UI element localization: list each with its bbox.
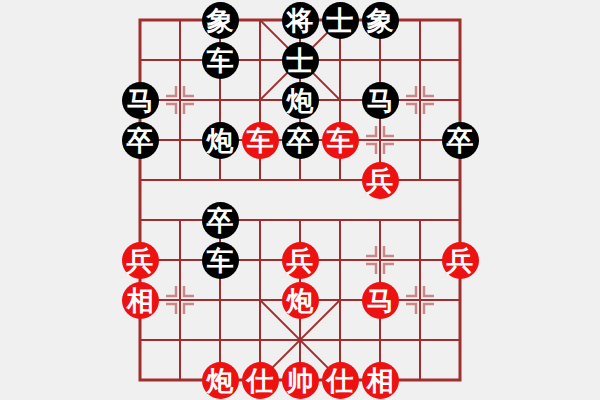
red-general[interactable]: 帅 <box>280 360 320 400</box>
red-soldier-glyph: 兵 <box>442 242 479 279</box>
red-soldier[interactable]: 兵 <box>360 160 400 200</box>
red-elephant[interactable]: 相 <box>120 280 160 320</box>
black-advisor[interactable]: 士 <box>320 0 360 40</box>
black-advisor-glyph: 士 <box>322 2 359 39</box>
black-soldier-glyph: 卒 <box>442 122 479 159</box>
red-soldier-glyph: 兵 <box>362 162 399 199</box>
black-soldier[interactable]: 卒 <box>440 120 480 160</box>
black-soldier-glyph: 卒 <box>202 202 239 239</box>
red-elephant-glyph: 相 <box>362 362 399 399</box>
red-chariot-glyph: 车 <box>242 122 279 159</box>
black-horse[interactable]: 马 <box>120 80 160 120</box>
red-advisor[interactable]: 仕 <box>320 360 360 400</box>
red-horse[interactable]: 马 <box>360 280 400 320</box>
red-cannon[interactable]: 炮 <box>280 280 320 320</box>
black-cannon[interactable]: 炮 <box>280 80 320 120</box>
black-elephant[interactable]: 象 <box>360 0 400 40</box>
black-soldier[interactable]: 卒 <box>200 200 240 240</box>
red-elephant-glyph: 相 <box>122 282 159 319</box>
red-advisor-glyph: 仕 <box>322 362 359 399</box>
red-cannon-glyph: 炮 <box>282 282 319 319</box>
black-advisor-glyph: 士 <box>282 42 319 79</box>
black-soldier[interactable]: 卒 <box>280 120 320 160</box>
black-horse[interactable]: 马 <box>360 80 400 120</box>
red-soldier-glyph: 兵 <box>282 242 319 279</box>
black-general-glyph: 将 <box>282 2 319 39</box>
red-chariot-glyph: 车 <box>322 122 359 159</box>
page-background: { "game": "xiangqi", "position": { "fen"… <box>0 0 600 400</box>
red-advisor[interactable]: 仕 <box>240 360 280 400</box>
black-elephant[interactable]: 象 <box>200 0 240 40</box>
black-soldier-glyph: 卒 <box>122 122 159 159</box>
red-soldier[interactable]: 兵 <box>440 240 480 280</box>
black-elephant-glyph: 象 <box>202 2 239 39</box>
red-chariot[interactable]: 车 <box>240 120 280 160</box>
xiangqi-board-area: 象将士象车士马炮马卒炮车卒车卒兵卒兵车兵兵相炮马炮仕帅仕相 <box>0 0 600 400</box>
red-general-glyph: 帅 <box>282 362 319 399</box>
black-cannon-glyph: 炮 <box>202 122 239 159</box>
red-chariot[interactable]: 车 <box>320 120 360 160</box>
red-horse-glyph: 马 <box>362 282 399 319</box>
board-grid: 象将士象车士马炮马卒炮车卒车卒兵卒兵车兵兵相炮马炮仕帅仕相 <box>120 0 480 400</box>
black-chariot-glyph: 车 <box>202 242 239 279</box>
black-horse-glyph: 马 <box>122 82 159 119</box>
black-cannon[interactable]: 炮 <box>200 120 240 160</box>
black-general[interactable]: 将 <box>280 0 320 40</box>
black-elephant-glyph: 象 <box>362 2 399 39</box>
black-advisor[interactable]: 士 <box>280 40 320 80</box>
black-soldier[interactable]: 卒 <box>120 120 160 160</box>
red-soldier-glyph: 兵 <box>122 242 159 279</box>
black-horse-glyph: 马 <box>362 82 399 119</box>
red-elephant[interactable]: 相 <box>360 360 400 400</box>
red-soldier[interactable]: 兵 <box>280 240 320 280</box>
red-cannon[interactable]: 炮 <box>200 360 240 400</box>
black-chariot[interactable]: 车 <box>200 240 240 280</box>
black-chariot-glyph: 车 <box>202 42 239 79</box>
red-advisor-glyph: 仕 <box>242 362 279 399</box>
black-cannon-glyph: 炮 <box>282 82 319 119</box>
black-chariot[interactable]: 车 <box>200 40 240 80</box>
red-cannon-glyph: 炮 <box>202 362 239 399</box>
red-soldier[interactable]: 兵 <box>120 240 160 280</box>
black-soldier-glyph: 卒 <box>282 122 319 159</box>
